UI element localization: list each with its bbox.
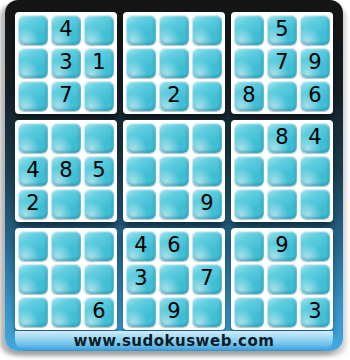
block-r1c1: 4317 <box>15 12 117 114</box>
cell-r8c9[interactable] <box>300 264 330 294</box>
cell-r8c2[interactable] <box>51 264 81 294</box>
cell-r4c7[interactable] <box>234 123 264 153</box>
cell-r4c5[interactable] <box>159 123 189 153</box>
sudoku-board: 4317257986485298464637993 <box>15 12 333 330</box>
given-digit: 5 <box>92 160 105 181</box>
cell-r5c1[interactable]: 4 <box>18 156 48 186</box>
cell-r5c7[interactable] <box>234 156 264 186</box>
cell-r8c8[interactable] <box>267 264 297 294</box>
cell-r3c7[interactable]: 8 <box>234 81 264 111</box>
cell-r9c6[interactable] <box>192 297 222 327</box>
cell-r3c8[interactable] <box>267 81 297 111</box>
cell-r7c3[interactable] <box>84 231 114 261</box>
cell-r1c6[interactable] <box>192 15 222 45</box>
cell-r7c9[interactable] <box>300 231 330 261</box>
cell-r2c1[interactable] <box>18 48 48 78</box>
cell-r2c7[interactable] <box>234 48 264 78</box>
cell-r8c6[interactable]: 7 <box>192 264 222 294</box>
block-r2c3: 84 <box>231 120 333 222</box>
cell-r3c4[interactable] <box>126 81 156 111</box>
cell-r7c7[interactable] <box>234 231 264 261</box>
given-digit: 9 <box>167 301 180 322</box>
given-digit: 8 <box>275 127 288 148</box>
cell-r7c2[interactable] <box>51 231 81 261</box>
cell-r2c4[interactable] <box>126 48 156 78</box>
given-digit: 3 <box>59 52 72 73</box>
given-digit: 5 <box>275 19 288 40</box>
given-digit: 2 <box>26 193 39 214</box>
cell-r1c3[interactable] <box>84 15 114 45</box>
given-digit: 9 <box>200 193 213 214</box>
cell-r6c8[interactable] <box>267 189 297 219</box>
cell-r6c3[interactable] <box>84 189 114 219</box>
cell-r9c2[interactable] <box>51 297 81 327</box>
given-digit: 8 <box>242 85 255 106</box>
cell-r1c2[interactable]: 4 <box>51 15 81 45</box>
cell-r4c8[interactable]: 8 <box>267 123 297 153</box>
cell-r8c4[interactable]: 3 <box>126 264 156 294</box>
cell-r6c6[interactable]: 9 <box>192 189 222 219</box>
block-r3c1: 6 <box>15 228 117 330</box>
block-r2c1: 4852 <box>15 120 117 222</box>
cell-r3c9[interactable]: 6 <box>300 81 330 111</box>
cell-r9c1[interactable] <box>18 297 48 327</box>
cell-r1c1[interactable] <box>18 15 48 45</box>
given-digit: 4 <box>26 160 39 181</box>
cell-r7c1[interactable] <box>18 231 48 261</box>
cell-r5c3[interactable]: 5 <box>84 156 114 186</box>
given-digit: 4 <box>59 19 72 40</box>
given-digit: 6 <box>167 235 180 256</box>
cell-r4c1[interactable] <box>18 123 48 153</box>
cell-r7c5[interactable]: 6 <box>159 231 189 261</box>
cell-r4c3[interactable] <box>84 123 114 153</box>
cell-r3c2[interactable]: 7 <box>51 81 81 111</box>
cell-r5c8[interactable] <box>267 156 297 186</box>
cell-r4c2[interactable] <box>51 123 81 153</box>
cell-r6c9[interactable] <box>300 189 330 219</box>
cell-r5c4[interactable] <box>126 156 156 186</box>
cell-r7c4[interactable]: 4 <box>126 231 156 261</box>
cell-r1c9[interactable] <box>300 15 330 45</box>
cell-r6c4[interactable] <box>126 189 156 219</box>
block-r3c2: 46379 <box>123 228 225 330</box>
cell-r8c3[interactable] <box>84 264 114 294</box>
cell-r8c1[interactable] <box>18 264 48 294</box>
cell-r5c6[interactable] <box>192 156 222 186</box>
cell-r1c8[interactable]: 5 <box>267 15 297 45</box>
cell-r9c5[interactable]: 9 <box>159 297 189 327</box>
cell-r4c6[interactable] <box>192 123 222 153</box>
cell-r4c9[interactable]: 4 <box>300 123 330 153</box>
given-digit: 4 <box>134 235 147 256</box>
cell-r2c5[interactable] <box>159 48 189 78</box>
block-r1c3: 57986 <box>231 12 333 114</box>
given-digit: 1 <box>92 52 105 73</box>
cell-r2c2[interactable]: 3 <box>51 48 81 78</box>
cell-r3c3[interactable] <box>84 81 114 111</box>
cell-r7c6[interactable] <box>192 231 222 261</box>
cell-r3c1[interactable] <box>18 81 48 111</box>
cell-r6c1[interactable]: 2 <box>18 189 48 219</box>
block-r1c2: 2 <box>123 12 225 114</box>
cell-r3c6[interactable] <box>192 81 222 111</box>
cell-r9c9[interactable]: 3 <box>300 297 330 327</box>
cell-r9c8[interactable] <box>267 297 297 327</box>
cell-r2c6[interactable] <box>192 48 222 78</box>
given-digit: 9 <box>308 52 321 73</box>
given-digit: 7 <box>59 85 72 106</box>
cell-r9c4[interactable] <box>126 297 156 327</box>
cell-r3c5[interactable]: 2 <box>159 81 189 111</box>
site-url: www.sudokusweb.com <box>74 332 275 350</box>
cell-r5c5[interactable] <box>159 156 189 186</box>
given-digit: 9 <box>275 235 288 256</box>
cell-r6c7[interactable] <box>234 189 264 219</box>
given-digit: 7 <box>275 52 288 73</box>
cell-r6c2[interactable] <box>51 189 81 219</box>
cell-r5c9[interactable] <box>300 156 330 186</box>
given-digit: 6 <box>92 301 105 322</box>
puzzle-frame: 4317257986485298464637993 www.sudokusweb… <box>5 0 343 351</box>
given-digit: 3 <box>308 301 321 322</box>
cell-r2c3[interactable]: 1 <box>84 48 114 78</box>
given-digit: 6 <box>308 85 321 106</box>
cell-r9c3[interactable]: 6 <box>84 297 114 327</box>
cell-r1c4[interactable] <box>126 15 156 45</box>
given-digit: 8 <box>59 160 72 181</box>
cell-r7c8[interactable]: 9 <box>267 231 297 261</box>
cell-r4c4[interactable] <box>126 123 156 153</box>
cell-r8c7[interactable] <box>234 264 264 294</box>
cell-r1c5[interactable] <box>159 15 189 45</box>
block-r2c2: 9 <box>123 120 225 222</box>
cell-r5c2[interactable]: 8 <box>51 156 81 186</box>
cell-r6c5[interactable] <box>159 189 189 219</box>
cell-r8c5[interactable] <box>159 264 189 294</box>
cell-r2c9[interactable]: 9 <box>300 48 330 78</box>
given-digit: 4 <box>308 127 321 148</box>
block-r3c3: 93 <box>231 228 333 330</box>
cell-r9c7[interactable] <box>234 297 264 327</box>
cell-r2c8[interactable]: 7 <box>267 48 297 78</box>
cell-r1c7[interactable] <box>234 15 264 45</box>
given-digit: 2 <box>167 85 180 106</box>
given-digit: 7 <box>200 268 213 289</box>
footer-band: www.sudokusweb.com <box>15 331 333 351</box>
given-digit: 3 <box>134 268 147 289</box>
